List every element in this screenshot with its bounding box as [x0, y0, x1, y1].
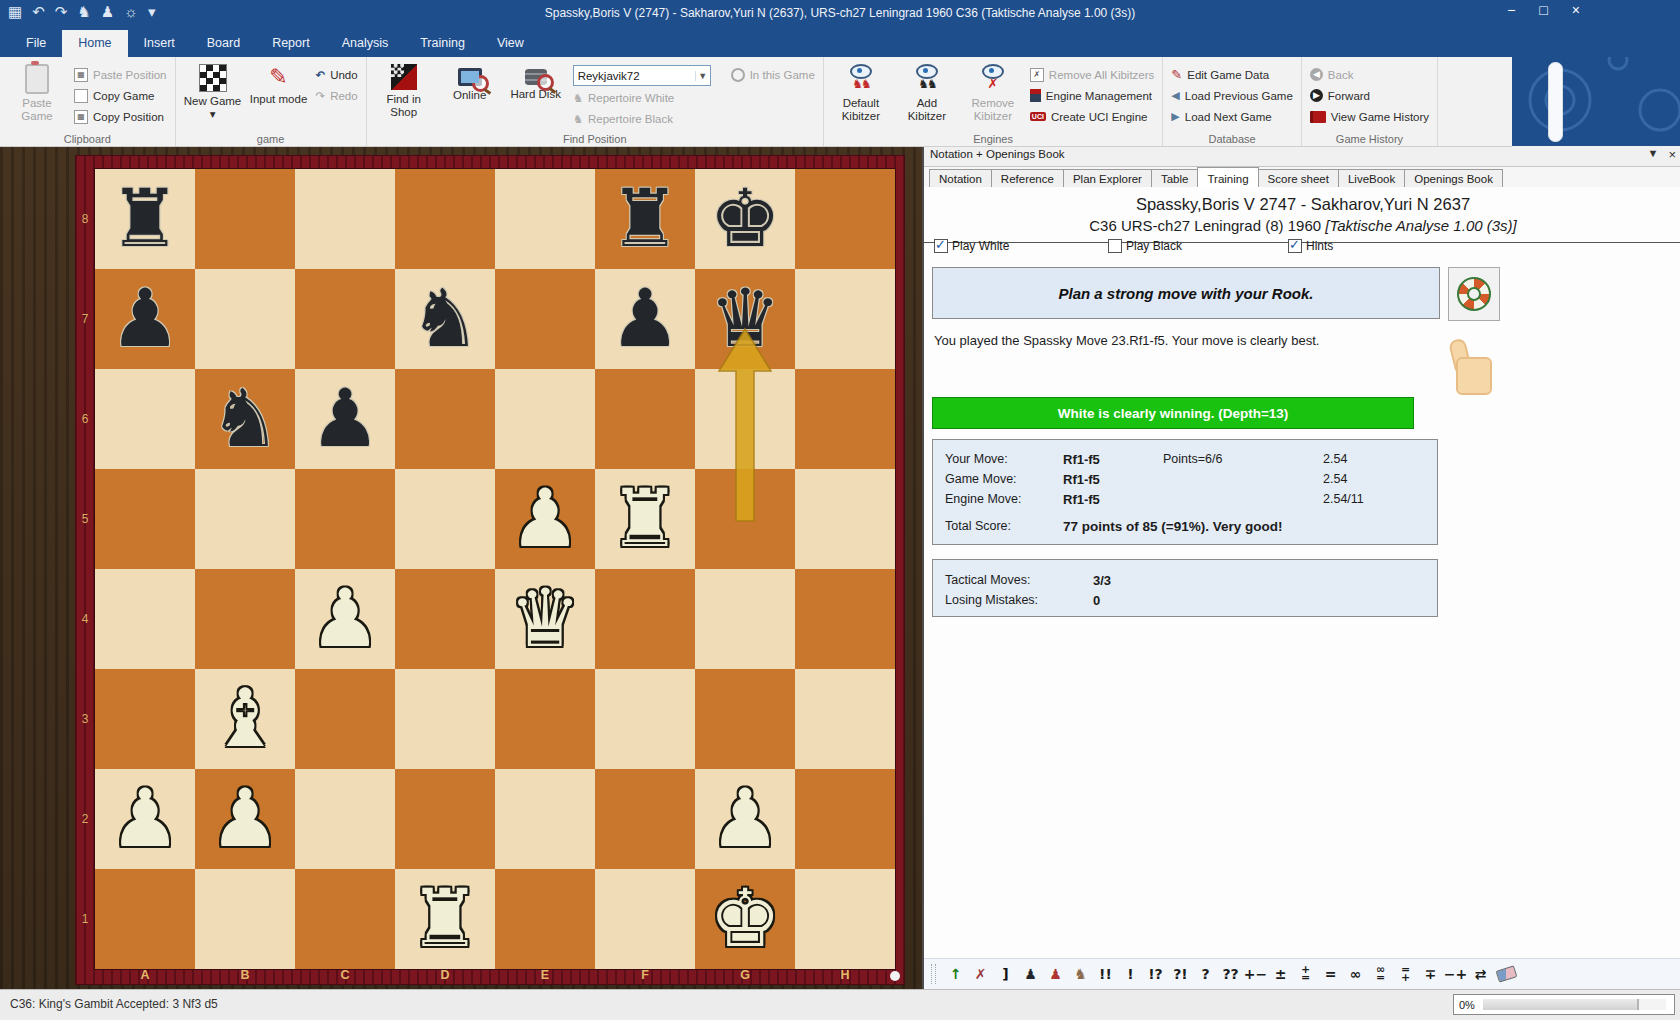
eye-icon: [916, 64, 938, 79]
rank-label-6: 6: [75, 369, 95, 469]
back-button[interactable]: ◀ Back: [1310, 65, 1429, 84]
eye-icon: [982, 64, 1004, 79]
square-b2[interactable]: ♟: [195, 769, 295, 869]
tab-livebook[interactable]: LiveBook: [1338, 169, 1405, 189]
training-tab-content: Spassky,Boris V 2747 - Sakharov,Yuri N 2…: [924, 187, 1680, 958]
white-rook[interactable]: ♜: [395, 869, 495, 968]
square-g8[interactable]: ♚: [695, 169, 795, 269]
rank-labels: 87654321: [75, 169, 95, 969]
square-h3[interactable]: [795, 669, 895, 769]
square-b8[interactable]: [195, 169, 295, 269]
rank-label-4: 4: [75, 569, 95, 669]
engine-management-button[interactable]: Engine Management: [1030, 86, 1154, 105]
maximize-button[interactable]: □: [1539, 2, 1547, 18]
clipboard-icon: [25, 64, 49, 94]
forward-icon: ▶: [1310, 89, 1323, 102]
game-group-label: game: [176, 133, 366, 145]
total-score-value: 77 points of 85 (=91%). Very good!: [1063, 519, 1437, 534]
square-h1[interactable]: [795, 869, 895, 969]
in-this-game-button[interactable]: In this Game: [731, 65, 815, 84]
tab-score-sheet[interactable]: Score sheet: [1258, 169, 1339, 189]
stat-row: Tactical Moves:3/3: [945, 570, 1437, 590]
square-d1[interactable]: ♜: [395, 869, 495, 969]
white-bishop[interactable]: ♝: [195, 669, 295, 768]
square-c4[interactable]: ♟: [295, 569, 395, 669]
panel-title-bar[interactable]: Notation + Openings Book ▼ ×: [924, 146, 1680, 167]
window-title: Spassky,Boris V (2747) - Sakharov,Yuri N…: [0, 6, 1680, 20]
black-pawn[interactable]: ♟: [595, 269, 695, 368]
position-icon: ▦: [74, 68, 88, 82]
white-pawn[interactable]: ♟: [495, 469, 595, 568]
thumbs-up-icon: [1450, 337, 1496, 397]
create-uci-engine-button[interactable]: UCI Create UCI Engine: [1030, 107, 1154, 126]
red-pieces-icon: ♞♞: [852, 79, 870, 89]
square-a5[interactable]: [95, 469, 195, 569]
anno-equal[interactable]: =: [1318, 961, 1343, 987]
database-group-label: Database: [1163, 133, 1301, 145]
board-panel: 87654321 ♜♜♚♟♞♟♛♞♟♟♜♟♛♝♟♟♟♜♚ ABCDEFGH: [0, 146, 922, 989]
annotator-note: [Taktische Analyse 1.00 (3s)]: [1325, 217, 1516, 234]
total-score-label: Total Score:: [945, 519, 1063, 533]
square-a3[interactable]: [95, 669, 195, 769]
undo-button[interactable]: ↶ Undo: [316, 65, 358, 84]
square-e6[interactable]: [495, 369, 595, 469]
file-label-e: E: [495, 967, 595, 985]
square-e7[interactable]: [495, 269, 595, 369]
edit-game-data-button[interactable]: ✎ Edit Game Data: [1171, 65, 1293, 84]
computer-search-icon: [458, 68, 482, 86]
white-queen[interactable]: ♛: [495, 569, 595, 668]
square-c1[interactable]: [295, 869, 395, 969]
progress-indicator: 0%: [1453, 994, 1675, 1015]
undo-icon: ↶: [316, 68, 326, 82]
edit-icon: ✎: [1171, 67, 1182, 82]
white-repertoire-icon: ♞: [573, 91, 583, 105]
black-queen[interactable]: ♛: [695, 269, 795, 368]
board-frame: 87654321 ♜♜♚♟♞♟♛♞♟♟♜♟♛♝♟♟♟♜♚ ABCDEFGH: [75, 155, 905, 985]
white-king[interactable]: ♚: [695, 869, 795, 968]
chevron-down-icon[interactable]: ▼: [695, 71, 710, 81]
paste-game-label: Paste Game: [8, 97, 66, 123]
pieces-photo-marker[interactable]: ♞: [1068, 961, 1093, 987]
file-label-d: D: [395, 967, 495, 985]
input-mode-button[interactable]: ✎ Input mode: [250, 62, 308, 130]
white-pawn[interactable]: ♟: [295, 569, 395, 668]
menu-file[interactable]: File: [10, 30, 62, 57]
square-g7[interactable]: ♛: [695, 269, 795, 369]
anno-interesting[interactable]: !?: [1143, 961, 1168, 987]
square-h7[interactable]: [795, 269, 895, 369]
menu-report[interactable]: Report: [256, 30, 326, 57]
black-rook[interactable]: ♜: [595, 169, 695, 268]
tab-notation[interactable]: Notation: [929, 169, 992, 189]
black-pawn[interactable]: ♟: [295, 369, 395, 468]
square-d3[interactable]: [395, 669, 495, 769]
red-x-icon: ✗: [987, 79, 998, 89]
view-game-history-button[interactable]: View Game History: [1310, 107, 1429, 126]
repertoire-black-button[interactable]: ♞ Repertoire Black: [573, 109, 723, 128]
menu-training[interactable]: Training: [404, 30, 481, 57]
kibitzers-icon: ✗: [1030, 68, 1044, 82]
square-h4[interactable]: [795, 569, 895, 669]
rank-label-5: 5: [75, 469, 95, 569]
help-button[interactable]: [1448, 267, 1500, 321]
redo-icon: ↷: [316, 89, 326, 103]
option-hints[interactable]: Hints: [1288, 239, 1333, 253]
square-d4[interactable]: [395, 569, 495, 669]
square-c8[interactable]: [295, 169, 395, 269]
checkbox[interactable]: [1108, 239, 1122, 253]
square-f8[interactable]: ♜: [595, 169, 695, 269]
file-label-g: G: [695, 967, 795, 985]
black-knight[interactable]: ♞: [195, 369, 295, 468]
square-b1[interactable]: [195, 869, 295, 969]
clipboard-group-label: Clipboard: [0, 133, 175, 145]
file-label-c: C: [295, 967, 395, 985]
rank-label-3: 3: [75, 669, 95, 769]
square-a8[interactable]: ♜: [95, 169, 195, 269]
white-pawn[interactable]: ♟: [95, 769, 195, 868]
square-f5[interactable]: ♜: [595, 469, 695, 569]
game-history-group-label: Game History: [1302, 133, 1437, 145]
forward-button[interactable]: ▶ Forward: [1310, 86, 1429, 105]
move-row: Game Move:Rf1-f52.54: [945, 469, 1437, 489]
eye-icon: [850, 64, 872, 79]
online-button[interactable]: Online: [441, 62, 499, 130]
anno-good[interactable]: !: [1118, 961, 1143, 987]
disk-search-icon: [525, 69, 547, 85]
notation-panel: Notation + Openings Book ▼ × NotationRef…: [922, 146, 1680, 989]
side-to-move-indicator: [890, 971, 900, 981]
white-pawn[interactable]: ♟: [195, 769, 295, 868]
copy-position-button[interactable]: ▦ Copy Position: [74, 107, 167, 126]
ribbon-group-find-position: Find in Shop Online Hard Disk Reykjavik7…: [367, 57, 824, 146]
hard-disk-button[interactable]: Hard Disk: [507, 62, 565, 130]
previous-icon: ◀: [1171, 89, 1179, 102]
anno-blunder[interactable]: ??: [1218, 961, 1243, 987]
checkbox-label: Hints: [1306, 239, 1333, 253]
square-e2[interactable]: [495, 769, 595, 869]
file-label-a: A: [95, 967, 195, 985]
rank-label-1: 1: [75, 869, 95, 969]
file-label-f: F: [595, 967, 695, 985]
square-b6[interactable]: ♞: [195, 369, 295, 469]
tab-plan-explorer[interactable]: Plan Explorer: [1063, 169, 1152, 189]
square-d8[interactable]: [395, 169, 495, 269]
menu-insert[interactable]: Insert: [128, 30, 191, 57]
life-preserver-icon: [1457, 277, 1491, 311]
progress-label: 0%: [1459, 999, 1475, 1011]
history-book-icon: [1310, 111, 1326, 123]
square-g5[interactable]: [695, 469, 795, 569]
chessboard-icon: [199, 64, 227, 92]
ribbon: Paste Game ▦ Paste Position Copy Game ▦ …: [0, 57, 1512, 147]
black-knight[interactable]: ♞: [395, 269, 495, 368]
total-score-row: Total Score: 77 points of 85 (=91%). Ver…: [945, 516, 1437, 536]
find-position-group-label: Find Position: [367, 133, 823, 145]
ribbon-group-game-history: ◀ Back ▶ Forward View Game History Game …: [1302, 57, 1438, 146]
square-g4[interactable]: [695, 569, 795, 669]
square-b4[interactable]: [195, 569, 295, 669]
search-icon: [731, 68, 745, 82]
white-rook[interactable]: ♜: [595, 469, 695, 568]
progress-fill: [1483, 999, 1639, 1010]
remove-kibitzer-button[interactable]: ✗ Remove Kibitzer: [964, 62, 1022, 130]
uci-icon: UCI: [1030, 112, 1046, 121]
square-d7[interactable]: ♞: [395, 269, 495, 369]
training-options: Play WhitePlay BlackHints: [934, 239, 1474, 255]
square-d5[interactable]: [395, 469, 495, 569]
default-kibitzer-button[interactable]: ♞♞ Default Kibitzer: [832, 62, 890, 130]
feedback-text: You played the Spassky Move 23.Rf1-f5. Y…: [934, 333, 1319, 348]
ribbon-group-engines: ♞♞ Default Kibitzer ♞♞ Add Kibitzer ✗ Re…: [824, 57, 1163, 146]
eraser-icon[interactable]: [1496, 965, 1518, 982]
white-pawn[interactable]: ♟: [695, 769, 795, 868]
square-g1[interactable]: ♚: [695, 869, 795, 969]
ribbon-group-clipboard: Paste Game ▦ Paste Position Copy Game ▦ …: [0, 57, 176, 146]
square-c3[interactable]: [295, 669, 395, 769]
checkbox-label: Play Black: [1126, 239, 1182, 253]
anno-black-better[interactable]: ∓: [1418, 961, 1443, 987]
anno-black-slightly-better[interactable]: =+: [1393, 961, 1418, 987]
engine-management-icon: [1030, 89, 1041, 102]
black-repertoire-icon: ♞: [573, 112, 583, 126]
square-f3[interactable]: [595, 669, 695, 769]
square-e5[interactable]: ♟: [495, 469, 595, 569]
panel-title-text: Notation + Openings Book: [930, 148, 1065, 160]
square-b3[interactable]: ♝: [195, 669, 295, 769]
task-box: Plan a strong move with your Rook.: [932, 267, 1440, 319]
anno-mistake[interactable]: ?: [1193, 961, 1218, 987]
move-row: Your Move:Rf1-f5Points=6/62.54: [945, 449, 1437, 469]
rank-label-8: 8: [75, 169, 95, 269]
square-f4[interactable]: [595, 569, 695, 669]
minimize-button[interactable]: −: [1507, 2, 1515, 18]
ribbon-group-database: ✎ Edit Game Data ◀ Load Previous Game ▶ …: [1163, 57, 1302, 146]
anno-black-winning[interactable]: −+: [1443, 961, 1468, 987]
load-previous-game-button[interactable]: ◀ Load Previous Game: [1171, 86, 1293, 105]
panel-dropdown-icon[interactable]: ▼: [1648, 147, 1659, 162]
anno-counterplay[interactable]: ⇄: [1468, 961, 1493, 987]
repertoire-white-button[interactable]: ♞ Repertoire White: [573, 88, 723, 107]
moves-rows: Your Move:Rf1-f5Points=6/62.54Game Move:…: [945, 449, 1437, 509]
toolbar-drag-handle[interactable]: [931, 964, 936, 984]
anno-dubious[interactable]: ?!: [1168, 961, 1193, 987]
progress-track: [1483, 999, 1666, 1010]
black-piece-marker[interactable]: ♟: [1018, 961, 1043, 987]
evaluation-bar: White is clearly winning. (Depth=13): [932, 397, 1414, 429]
anno-white-slightly-better[interactable]: +=: [1293, 961, 1318, 987]
menu-view[interactable]: View: [481, 30, 540, 57]
square-b7[interactable]: [195, 269, 295, 369]
delete-annotation[interactable]: ✗: [968, 961, 993, 987]
anno-unclear[interactable]: ∞: [1343, 961, 1368, 987]
redo-button[interactable]: ↷ Redo: [316, 86, 358, 105]
stat-row: Losing Mistakes:0: [945, 590, 1437, 610]
black-pawn[interactable]: ♟: [95, 269, 195, 368]
stats-box: Tactical Moves:3/3Losing Mistakes:0: [932, 559, 1438, 617]
black-rook[interactable]: ♜: [95, 169, 195, 268]
board-icon: ▦: [74, 110, 88, 124]
move-row: Engine Move:Rf1-f52.54/11: [945, 489, 1437, 509]
black-king[interactable]: ♚: [695, 169, 795, 268]
add-kibitzer-button[interactable]: ♞♞ Add Kibitzer: [898, 62, 956, 130]
menu-bar: FileHomeInsertBoardReportAnalysisTrainin…: [0, 30, 1680, 57]
chess-board: ♜♜♚♟♞♟♛♞♟♟♜♟♛♝♟♟♟♜♚: [95, 169, 895, 969]
file-label-h: H: [795, 967, 895, 985]
square-a1[interactable]: [95, 869, 195, 969]
new-game-button[interactable]: New Game ▾: [184, 62, 242, 130]
square-f2[interactable]: [595, 769, 695, 869]
title-bar: ▦↶↷♞♟☼▾ Spassky,Boris V (2747) - Sakharo…: [0, 0, 1680, 30]
panel-close-icon[interactable]: ×: [1668, 147, 1676, 162]
square-g6[interactable]: [695, 369, 795, 469]
square-h6[interactable]: [795, 369, 895, 469]
square-a4[interactable]: [95, 569, 195, 669]
square-c6[interactable]: ♟: [295, 369, 395, 469]
load-next-game-button[interactable]: ▶ Load Next Game: [1171, 107, 1293, 126]
checkbox[interactable]: [1288, 239, 1302, 253]
square-f7[interactable]: ♟: [595, 269, 695, 369]
game-header-event: C36 URS-ch27 Leningrad (8) 1960 [Taktisc…: [924, 217, 1680, 234]
pencil-icon: ✎: [269, 64, 287, 90]
back-icon: ◀: [1310, 68, 1323, 81]
rank-label-2: 2: [75, 769, 95, 869]
tab-table[interactable]: Table: [1151, 169, 1199, 189]
square-g3[interactable]: [695, 669, 795, 769]
menu-home[interactable]: Home: [62, 30, 127, 57]
square-a7[interactable]: ♟: [95, 269, 195, 369]
square-b5[interactable]: [195, 469, 295, 569]
opening-name-text: C36: King's Gambit Accepted: 3 Nf3 d5: [10, 997, 218, 1011]
checkbox-label: Play White: [952, 239, 1009, 253]
shop-icon: [391, 64, 417, 90]
tab-reference[interactable]: Reference: [991, 169, 1064, 189]
menu-analysis[interactable]: Analysis: [326, 30, 405, 57]
square-a2[interactable]: ♟: [95, 769, 195, 869]
square-g2[interactable]: ♟: [695, 769, 795, 869]
square-h2[interactable]: [795, 769, 895, 869]
square-e4[interactable]: ♛: [495, 569, 595, 669]
page-icon: [74, 89, 88, 103]
moves-summary-box: Your Move:Rf1-f5Points=6/62.54Game Move:…: [932, 439, 1438, 545]
square-f6[interactable]: [595, 369, 695, 469]
tab-openings-book[interactable]: Openings Book: [1404, 169, 1503, 189]
square-e1[interactable]: [495, 869, 595, 969]
game-header-players: Spassky,Boris V 2747 - Sakharov,Yuri N 2…: [924, 195, 1680, 214]
file-labels: ABCDEFGH: [95, 967, 895, 985]
copy-game-button[interactable]: Copy Game: [74, 86, 167, 105]
square-h8[interactable]: [795, 169, 895, 269]
square-c7[interactable]: [295, 269, 395, 369]
black-pieces-icon: ♞♞: [918, 79, 936, 89]
square-c2[interactable]: [295, 769, 395, 869]
status-bar: C36: King's Gambit Accepted: 3 Nf3 d5 0%: [0, 989, 1680, 1020]
square-h5[interactable]: [795, 469, 895, 569]
ribbon-scrollbar[interactable]: [1548, 62, 1563, 142]
menu-board[interactable]: Board: [191, 30, 256, 57]
square-e8[interactable]: [495, 169, 595, 269]
square-d2[interactable]: [395, 769, 495, 869]
option-play-white[interactable]: Play White: [934, 239, 1009, 253]
close-button[interactable]: ×: [1572, 2, 1580, 18]
square-c5[interactable]: [295, 469, 395, 569]
file-label-b: B: [195, 967, 295, 985]
ribbon-group-game: New Game ▾ ✎ Input mode ↶ Undo ↷ Redo ga…: [176, 57, 367, 146]
square-f1[interactable]: [595, 869, 695, 969]
square-e3[interactable]: [495, 669, 595, 769]
anno-white-winning[interactable]: +−: [1243, 961, 1268, 987]
anno-brilliant[interactable]: !!: [1093, 961, 1118, 987]
anno-white-better[interactable]: ±: [1268, 961, 1293, 987]
square-a6[interactable]: [95, 369, 195, 469]
engines-group-label: Engines: [824, 133, 1162, 145]
paste-game-button[interactable]: Paste Game: [8, 62, 66, 130]
square-d6[interactable]: [395, 369, 495, 469]
bracket-annotation[interactable]: ]: [993, 961, 1018, 987]
red-piece-marker[interactable]: ♟: [1043, 961, 1068, 987]
checkbox[interactable]: [934, 239, 948, 253]
remove-all-kibitzers-button[interactable]: ✗ Remove All Kibitzers: [1030, 65, 1154, 84]
option-play-black[interactable]: Play Black: [1108, 239, 1182, 253]
annotation-toolbar: ↑✗]♟♟♞!!!!??!???+−±+==∞∞==+∓−+⇄: [924, 958, 1680, 989]
position-database-combobox[interactable]: Reykjavik72 ▼: [573, 65, 711, 86]
anno-compensation[interactable]: ∞=: [1368, 961, 1393, 987]
next-icon: ▶: [1171, 110, 1179, 123]
find-in-shop-button[interactable]: Find in Shop: [375, 62, 433, 130]
rank-label-7: 7: [75, 269, 95, 369]
paste-position-button[interactable]: ▦ Paste Position: [74, 65, 167, 84]
arrow-up-annotation[interactable]: ↑: [943, 961, 968, 987]
